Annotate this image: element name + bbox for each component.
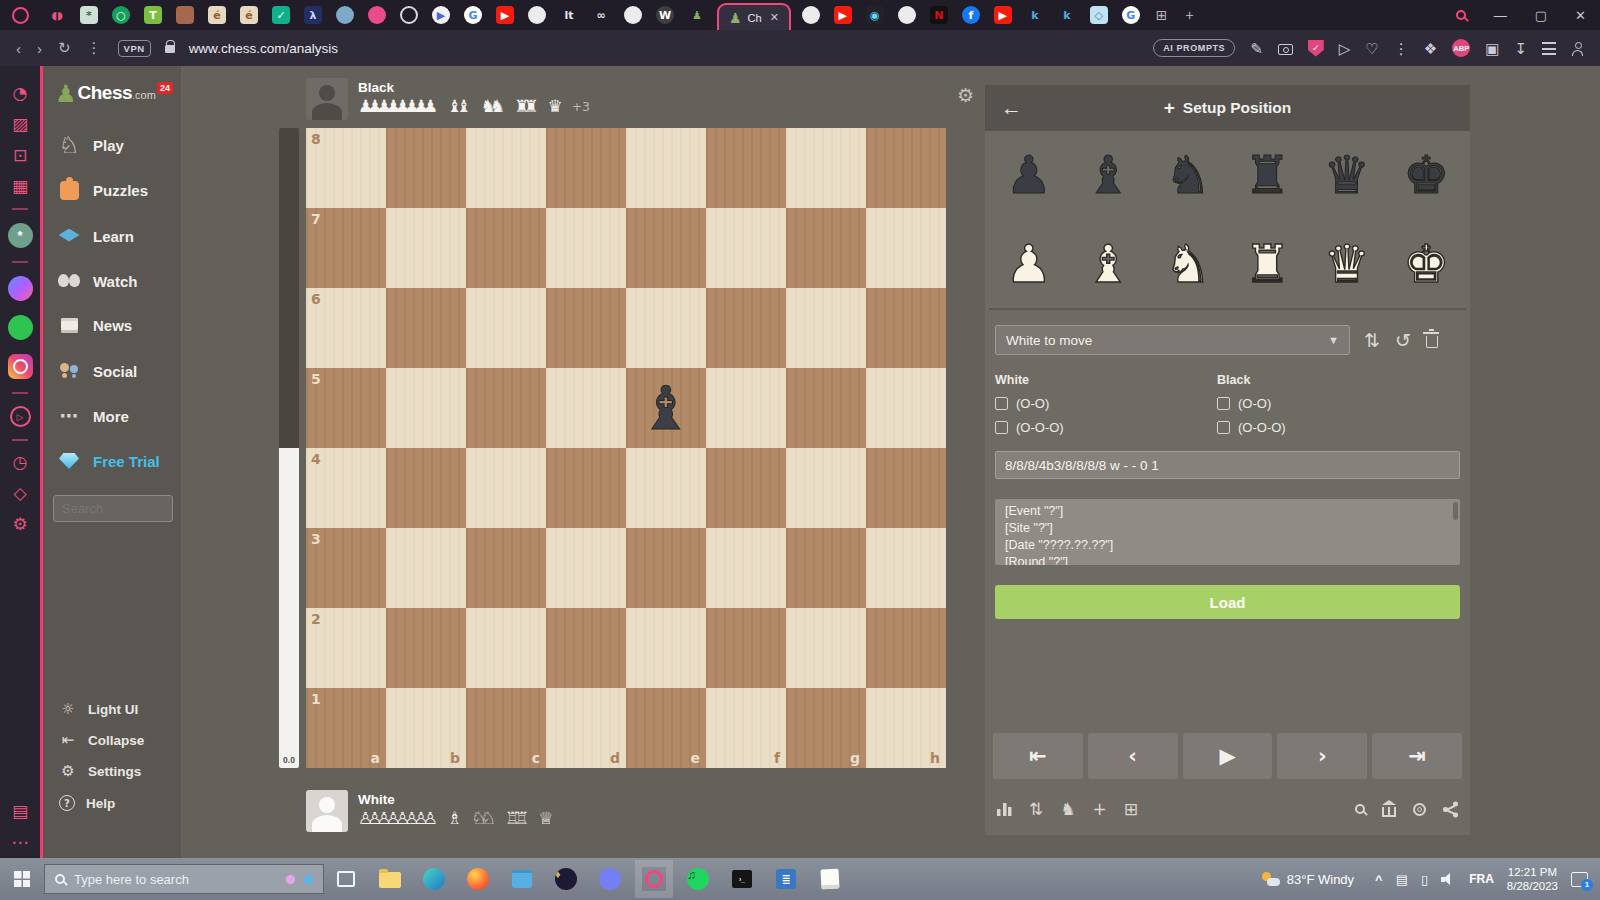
camera-icon[interactable]	[1278, 44, 1293, 55]
taskbar-explorer-icon[interactable]	[378, 867, 402, 891]
black-player-row: Black ♟♟♟♟♟♟♟♟♝♝♞♞♜♜♛+3	[306, 78, 956, 122]
captured-group: ♘♘	[471, 810, 495, 827]
tab-youtube-2[interactable]: ▶	[834, 6, 852, 24]
tab-check-app[interactable]: ✓	[272, 6, 290, 24]
rank-label: 6	[311, 291, 321, 307]
square-a1[interactable]: 1a	[306, 688, 386, 768]
sidebar-footer-light-ui[interactable]: ☼Light UI	[59, 698, 138, 720]
flip-board-icon[interactable]: ⇅	[1029, 801, 1043, 818]
square-h4[interactable]	[866, 448, 946, 528]
palette-white-rook[interactable]: ♜	[1228, 220, 1308, 309]
tab-wordpress-glyph: W	[659, 10, 671, 21]
white-queenside-castle-row: (O-O-O)	[995, 420, 1064, 435]
black-queenside-label: (O-O-O)	[1238, 420, 1286, 435]
square-e1[interactable]: e	[626, 688, 706, 768]
square-b6[interactable]	[386, 288, 466, 368]
square-f6[interactable]	[706, 288, 786, 368]
weather-widget[interactable]: 83°F Windy	[1262, 872, 1354, 887]
share-icon[interactable]	[1443, 802, 1458, 816]
white-kingside-castle-row: (O-O)	[995, 396, 1064, 411]
pgn-line: [Event "?"]	[1005, 503, 1450, 520]
pgn-line: [Date "????.??.??"]	[1005, 537, 1450, 554]
file-label: f	[774, 750, 780, 766]
white-kingside-checkbox[interactable]	[995, 397, 1008, 410]
gx-sidebar-rail: ◔▨⊡▦*▷◷◇⚙▤⋯	[0, 66, 40, 858]
turn-row: White to move ▼ ⇅ ↺	[995, 325, 1460, 355]
tab-play-app[interactable]: ▶	[432, 6, 450, 24]
file-label: c	[532, 750, 540, 766]
sidebar-footer-label: Settings	[88, 764, 141, 779]
analysis-chart-icon[interactable]	[997, 803, 1012, 816]
square-g4[interactable]	[786, 448, 866, 528]
captured-group: ♟♟♟♟♟♟♟♟	[358, 98, 438, 115]
tab-lambda-app[interactable]: λ	[304, 6, 322, 24]
taskbar-dark-app-icon-shape: ♦	[555, 868, 577, 890]
square-a7[interactable]: 7	[306, 208, 386, 288]
square-a5[interactable]: 5	[306, 368, 386, 448]
speaker-icon[interactable]	[1441, 873, 1456, 886]
square-d2[interactable]	[546, 608, 626, 688]
square-h8[interactable]	[866, 128, 946, 208]
flip-board-icon[interactable]: ⇅	[1364, 329, 1380, 351]
sidebar-item-more[interactable]: ⋯More	[57, 404, 129, 428]
go-to-start-button[interactable]: ⇤	[993, 733, 1083, 779]
file-label: h	[930, 750, 940, 766]
gx-speed-dial-icon[interactable]: ◔	[13, 85, 28, 102]
sidebar-item-free-trial[interactable]: Free Trial	[57, 449, 160, 473]
rail-divider	[12, 261, 28, 263]
sidebar-item-label: Social	[93, 363, 137, 380]
tab-youtube-1[interactable]: ▶	[496, 6, 514, 24]
light-ui-icon: ☼	[59, 700, 77, 718]
practice-icon[interactable]	[1413, 803, 1426, 816]
white-castling-column: White (O-O) (O-O-O)	[995, 373, 1064, 435]
gx-settings-icon[interactable]: ⚙	[12, 516, 27, 533]
palette-black-bishop[interactable]: ♝	[1069, 131, 1149, 220]
square-d4[interactable]	[546, 448, 626, 528]
opera-menu-icon[interactable]	[12, 7, 29, 24]
taskbar-terminal-icon[interactable]: ›_	[730, 867, 754, 891]
openings-explorer-icon[interactable]	[1355, 804, 1365, 814]
tab-github-3[interactable]	[802, 6, 820, 24]
square-h5[interactable]	[866, 368, 946, 448]
tab-lambda-app-glyph: λ	[310, 10, 317, 21]
square-a6[interactable]: 6	[306, 288, 386, 368]
taskbar-clock[interactable]: 12:21 PM 8/28/2023	[1507, 865, 1558, 893]
collapse-icon: ⇤	[59, 731, 77, 749]
square-d8[interactable]	[546, 128, 626, 208]
square-h2[interactable]	[866, 608, 946, 688]
sidebar-item-watch[interactable]: Watch	[57, 269, 137, 293]
square-e6[interactable]	[626, 288, 706, 368]
gx-messenger-icon[interactable]	[8, 276, 33, 301]
white-avatar[interactable]	[306, 790, 348, 832]
square-e4[interactable]	[626, 448, 706, 528]
taskbar-dark-app-icon[interactable]: ♦	[554, 867, 578, 891]
square-g3[interactable]	[786, 528, 866, 608]
tab-facebook[interactable]: f	[962, 6, 980, 24]
vpn-badge[interactable]: VPN	[118, 40, 151, 57]
square-d7[interactable]	[546, 208, 626, 288]
square-f5[interactable]	[706, 368, 786, 448]
taskbar-opera-gx-icon-shape	[645, 870, 663, 888]
square-b2[interactable]	[386, 608, 466, 688]
library-icon[interactable]	[1382, 807, 1396, 817]
url-text[interactable]: www.chess.com/analysis	[189, 41, 338, 56]
tab-beige-e-2-glyph: é	[245, 10, 252, 21]
gx-instagram-icon[interactable]	[8, 354, 33, 379]
palette-black-pawn[interactable]: ♟	[989, 131, 1069, 220]
chesscom-logo[interactable]: ♟ Chess .com 24	[55, 82, 173, 106]
palette-white-king[interactable]: ♚	[1387, 220, 1467, 309]
previous-move-button[interactable]: ‹	[1088, 733, 1178, 779]
square-f4[interactable]	[706, 448, 786, 528]
ai-prompts-pill[interactable]: AI PROMPTS	[1153, 39, 1235, 57]
palette-white-pawn[interactable]: ♟	[989, 220, 1069, 309]
tab-beige-e-2[interactable]: é	[240, 6, 258, 24]
back-arrow-icon[interactable]: ←	[1001, 96, 1022, 120]
square-e5[interactable]: ♝	[626, 368, 706, 448]
add-line-icon[interactable]: +	[1093, 801, 1107, 818]
heart-icon[interactable]: ♡	[1365, 41, 1378, 56]
download-icon[interactable]: ↧	[1514, 41, 1527, 56]
tab-ring-app[interactable]	[400, 6, 418, 24]
chesscom-sidebar: ♟ Chess .com 24 ♘PlayPuzzlesLearnWatchNe…	[43, 66, 181, 858]
abp-badge[interactable]: ABP	[1452, 39, 1470, 57]
sidebar-footer-collapse[interactable]: ⇤Collapse	[59, 729, 144, 751]
chesscom-page: ♟ Chess .com 24 ♘PlayPuzzlesLearnWatchNe…	[40, 66, 1600, 858]
square-a8[interactable]: 8	[306, 128, 386, 208]
square-c5[interactable]	[466, 368, 546, 448]
rank-label: 8	[311, 131, 321, 147]
taskbar-opera-gx-icon[interactable]	[642, 867, 666, 891]
diamond-icon	[57, 449, 81, 473]
captured-group: ♕	[538, 810, 553, 827]
taskbar-store-icon[interactable]	[510, 867, 534, 891]
setup-plus-icon: +	[1164, 97, 1175, 119]
sidebar-item-label: More	[93, 408, 129, 425]
maximize-button[interactable]: ▢	[1535, 8, 1547, 23]
tab-bird-app[interactable]	[336, 6, 354, 24]
file-label: b	[450, 750, 460, 766]
tab-ufc[interactable]: lt	[560, 6, 578, 24]
sidebar-search-input[interactable]	[53, 495, 173, 522]
taskbar-apps: ♦♫›_≣	[324, 867, 852, 891]
gx-cleaner-icon[interactable]: ▨	[12, 116, 28, 133]
dots-vertical-icon[interactable]: ⋮	[1394, 41, 1409, 56]
square-e3[interactable]	[626, 528, 706, 608]
square-c2[interactable]	[466, 608, 546, 688]
sidebar-item-puzzles[interactable]: Puzzles	[57, 178, 148, 202]
turn-selector-dropdown[interactable]: White to move ▼	[995, 325, 1350, 355]
sidebar-item-play[interactable]: ♘Play	[57, 133, 124, 157]
notification-center-icon[interactable]: 1	[1571, 872, 1588, 887]
taskbar-spotify-icon-shape: ♫	[687, 868, 709, 890]
binoculars-icon-shape	[58, 274, 80, 288]
sidebar-item-news[interactable]: News	[57, 313, 132, 337]
shield-check-icon[interactable]: ✓	[1308, 40, 1324, 57]
close-tab-icon[interactable]: ✕	[770, 11, 779, 24]
square-b5[interactable]	[386, 368, 466, 448]
profile-icon[interactable]	[1571, 42, 1584, 55]
white-player-row: White ♙♙♙♙♙♙♙♙♗♘♘♖♖♕	[306, 790, 956, 834]
tray-pen-icon[interactable]: ▯	[1421, 872, 1428, 887]
extension-icon[interactable]: ❖	[1424, 41, 1437, 56]
tab-n-app[interactable]: N	[930, 6, 948, 24]
taskbar-explorer-icon-shape	[379, 872, 401, 888]
gx-box-icon[interactable]: ◇	[13, 485, 26, 502]
palette-black-king[interactable]: ♚	[1387, 131, 1467, 220]
palette-black-queen[interactable]: ♛	[1307, 131, 1387, 220]
language-indicator[interactable]: FRA	[1469, 872, 1494, 886]
lock-icon	[165, 45, 175, 53]
taskbar-spotify-icon[interactable]: ♫	[686, 867, 710, 891]
tab-ice-app-glyph: ◇	[1095, 10, 1103, 21]
square-b4[interactable]	[386, 448, 466, 528]
square-b1[interactable]: b	[386, 688, 466, 768]
edit-pin-icon[interactable]: ✎	[1250, 41, 1263, 56]
square-e2[interactable]	[626, 608, 706, 688]
puzzle-icon	[57, 178, 81, 202]
taskbar-discord-icon[interactable]	[598, 867, 622, 891]
gx-control-icon[interactable]: ▦	[12, 178, 28, 195]
sidebar-item-label: Play	[93, 137, 124, 154]
next-move-button[interactable]: ›	[1277, 733, 1367, 779]
tab-google-2[interactable]: G	[1122, 6, 1140, 24]
threats-icon[interactable]: ♞	[1060, 801, 1075, 818]
new-tab-icon[interactable]: +	[1186, 7, 1194, 23]
white-castling-label: White	[995, 373, 1064, 387]
taskbar-blue-app-icon[interactable]: ≣	[774, 867, 798, 891]
tab-gx-gamepad[interactable]: ◖◗	[48, 6, 66, 24]
tab-chatgpt[interactable]: *	[80, 6, 98, 24]
puzzle-icon-shape	[60, 181, 79, 200]
start-button[interactable]	[14, 871, 30, 887]
square-d5[interactable]	[546, 368, 626, 448]
browser-tab-strip: ◖◗*○Téé✓λ▶G▶lt∞W♟ ♟ Ch ✕ ▶◉Nf▶kk◇G ⊞ + —…	[0, 0, 1600, 30]
minimize-button[interactable]: —	[1494, 8, 1507, 23]
sidebar-item-label: Learn	[93, 228, 134, 245]
taskbar-task-view-icon[interactable]	[334, 867, 358, 891]
rank-label: 3	[311, 531, 321, 547]
black-kingside-checkbox[interactable]	[1217, 397, 1230, 410]
square-g2[interactable]	[786, 608, 866, 688]
tab-react[interactable]: ◉	[866, 6, 884, 24]
black-castling-label: Black	[1217, 373, 1286, 387]
notification-count-badge: 24	[157, 82, 173, 94]
tab-play-app-glyph: ▶	[437, 10, 445, 21]
gx-snapshot-icon[interactable]: ▤	[12, 803, 28, 820]
square-g7[interactable]	[786, 208, 866, 288]
windows-taskbar: Type here to search ♦♫›_≣ 83°F Windy ^ ▤…	[0, 858, 1600, 900]
sidebar-item-learn[interactable]: Learn	[57, 224, 134, 248]
file-label: g	[850, 750, 860, 766]
tab-youtube-1-glyph: ▶	[501, 10, 509, 21]
taskbar-notes-icon[interactable]	[818, 867, 842, 891]
address-bar: ‹›↻⋮ VPN www.chess.com/analysis AI PROMP…	[0, 30, 1600, 66]
black-captured-pieces: ♟♟♟♟♟♟♟♟♝♝♞♞♜♜♛+3	[358, 98, 590, 115]
tab-infinity[interactable]: ∞	[592, 6, 610, 24]
tab-youtube-3[interactable]: ▶	[994, 6, 1012, 24]
tab-infinity-glyph: ∞	[596, 10, 605, 21]
send-icon[interactable]: ▷	[1339, 41, 1351, 56]
search-highlight-icon-1	[286, 875, 295, 884]
palette-white-knight[interactable]: ♞	[1148, 220, 1228, 309]
tab-beige-e-1[interactable]: é	[208, 6, 226, 24]
newspaper-icon-shape	[61, 318, 78, 333]
square-c7[interactable]	[466, 208, 546, 288]
rank-label: 2	[311, 611, 321, 627]
square-h7[interactable]	[866, 208, 946, 288]
square-g1[interactable]: g	[786, 688, 866, 768]
gx-whatsapp-icon[interactable]	[8, 315, 33, 340]
square-c1[interactable]: c	[466, 688, 546, 768]
file-label: d	[610, 750, 620, 766]
square-c8[interactable]	[466, 128, 546, 208]
square-f8[interactable]	[706, 128, 786, 208]
tab-google-2-glyph: G	[1126, 10, 1135, 21]
weather-text: 83°F Windy	[1287, 872, 1354, 887]
black-avatar[interactable]	[306, 78, 348, 120]
board-settings-gear-icon[interactable]: ⚙	[957, 84, 974, 106]
square-h6[interactable]	[866, 288, 946, 368]
captured-group: ♖♖	[505, 810, 529, 827]
square-f3[interactable]	[706, 528, 786, 608]
gx-clock-icon[interactable]: ◷	[13, 454, 28, 471]
tab-youtube-2-glyph: ▶	[839, 10, 847, 21]
white-queenside-checkbox[interactable]	[995, 421, 1008, 434]
captured-group: ♜♜	[514, 98, 538, 115]
sidebar-footer-settings[interactable]: ⚙Settings	[59, 760, 141, 782]
sidebar-footer-help[interactable]: ?Help	[59, 792, 115, 814]
square-h1[interactable]: h	[866, 688, 946, 768]
square-g6[interactable]	[786, 288, 866, 368]
gx-chatgpt-icon[interactable]: *	[8, 223, 33, 248]
black-kingside-label: (O-O)	[1238, 396, 1271, 411]
box-3d-icon[interactable]: ▣	[1485, 41, 1499, 56]
gx-player-icon[interactable]: ▷	[10, 406, 31, 427]
square-c3[interactable]	[466, 528, 546, 608]
screen: ◖◗*○Téé✓λ▶G▶lt∞W♟ ♟ Ch ✕ ▶◉Nf▶kk◇G ⊞ + —…	[0, 0, 1600, 900]
sidebar-footer-label: Light UI	[88, 702, 138, 717]
dots-vertical-icon[interactable]: ⋮	[87, 39, 102, 57]
close-window-button[interactable]: ✕	[1575, 8, 1586, 23]
tab-google[interactable]: G	[464, 6, 482, 24]
tray-pc-icon[interactable]: ▤	[1396, 872, 1408, 887]
notification-badge: 1	[1581, 879, 1593, 891]
load-button[interactable]: Load	[995, 585, 1460, 619]
tab-github-1[interactable]	[528, 6, 546, 24]
pgn-textarea[interactable]: [Event "?"][Site "?"][Date "????.??.??"]…	[995, 499, 1460, 565]
sliders-icon[interactable]	[1542, 42, 1556, 55]
setup-board-icon[interactable]: ⊞	[1124, 801, 1138, 818]
square-a3[interactable]: 3	[306, 528, 386, 608]
square-b8[interactable]	[386, 128, 466, 208]
black-castling-column: Black (O-O) (O-O-O)	[1217, 373, 1286, 435]
tab-t-app-glyph: T	[149, 10, 157, 21]
square-b7[interactable]	[386, 208, 466, 288]
square-d3[interactable]	[546, 528, 626, 608]
clear-board-trash-icon[interactable]	[1426, 336, 1438, 348]
square-a4[interactable]: 4	[306, 448, 386, 528]
square-g8[interactable]	[786, 128, 866, 208]
fen-input[interactable]	[995, 451, 1460, 479]
reset-board-icon[interactable]: ↺	[1395, 329, 1411, 351]
sidebar-item-social[interactable]: Social	[57, 359, 137, 383]
square-g5[interactable]	[786, 368, 866, 448]
tab-github-2[interactable]	[624, 6, 642, 24]
taskbar-firefox-icon[interactable]	[466, 867, 490, 891]
people-icon-shape	[58, 363, 80, 379]
square-h3[interactable]	[866, 528, 946, 608]
square-f7[interactable]	[706, 208, 786, 288]
square-d6[interactable]	[546, 288, 626, 368]
tray-chevron-up-icon[interactable]: ^	[1375, 872, 1383, 887]
forward-icon[interactable]: ›	[37, 40, 42, 57]
tab-t-app[interactable]: T	[144, 6, 162, 24]
tab-grid-icon[interactable]: ⊞	[1156, 7, 1168, 23]
tab-facebook-glyph: f	[968, 10, 973, 21]
chess-favicon: ♟	[729, 10, 742, 26]
black-bishop[interactable]: ♝	[626, 368, 706, 448]
tab-anime-avatar[interactable]	[176, 6, 194, 24]
go-to-end-button[interactable]: ⇥	[1372, 733, 1462, 779]
tab-k-app-2[interactable]: k	[1058, 6, 1076, 24]
square-f2[interactable]	[706, 608, 786, 688]
taskbar-search-box[interactable]: Type here to search	[44, 864, 324, 894]
square-b3[interactable]	[386, 528, 466, 608]
pgn-scrollbar-thumb[interactable]	[1453, 502, 1458, 520]
palette-black-knight[interactable]: ♞	[1148, 131, 1228, 220]
square-e7[interactable]	[626, 208, 706, 288]
reload-icon[interactable]: ↻	[58, 39, 71, 57]
square-a2[interactable]: 2	[306, 608, 386, 688]
taskbar-edge-icon[interactable]	[422, 867, 446, 891]
palette-white-bishop[interactable]: ♝	[1069, 220, 1149, 309]
sidebar-item-label: Watch	[93, 273, 137, 290]
tab-wordpress[interactable]: W	[656, 6, 674, 24]
taskbar-terminal-icon-shape: ›_	[732, 870, 752, 888]
back-icon[interactable]: ‹	[16, 40, 21, 57]
play-button[interactable]: ▶	[1183, 733, 1273, 779]
black-queenside-castle-row: (O-O-O)	[1217, 420, 1286, 435]
tab-github-4[interactable]	[898, 6, 916, 24]
black-queenside-checkbox[interactable]	[1217, 421, 1230, 434]
chess-board[interactable]: 8765♝4321abcdefgh	[306, 128, 946, 768]
tab-k-app-1[interactable]: k	[1026, 6, 1044, 24]
rail-divider	[12, 392, 28, 394]
tab-dribbble[interactable]	[368, 6, 386, 24]
square-e8[interactable]	[626, 128, 706, 208]
rail-divider	[12, 208, 28, 210]
tab-ice-app[interactable]: ◇	[1090, 6, 1108, 24]
logo-pawn-icon: ♟	[55, 82, 77, 106]
square-c4[interactable]	[466, 448, 546, 528]
gx-twitch-icon[interactable]: ⊡	[13, 147, 27, 164]
tab-green-app[interactable]: ○	[112, 6, 130, 24]
active-tab[interactable]: ♟ Ch ✕	[717, 3, 791, 30]
people-icon	[57, 359, 81, 383]
palette-white-queen[interactable]: ♛	[1307, 220, 1387, 309]
square-f1[interactable]: f	[706, 688, 786, 768]
square-d1[interactable]: d	[546, 688, 626, 768]
gx-dots-icon[interactable]: ⋯	[12, 834, 29, 851]
square-c6[interactable]	[466, 288, 546, 368]
tab-chess-pawn[interactable]: ♟	[688, 6, 706, 24]
tab-search-icon[interactable]	[1456, 10, 1466, 20]
turn-selector-value: White to move	[1006, 333, 1092, 348]
palette-black-rook[interactable]: ♜	[1228, 131, 1308, 220]
